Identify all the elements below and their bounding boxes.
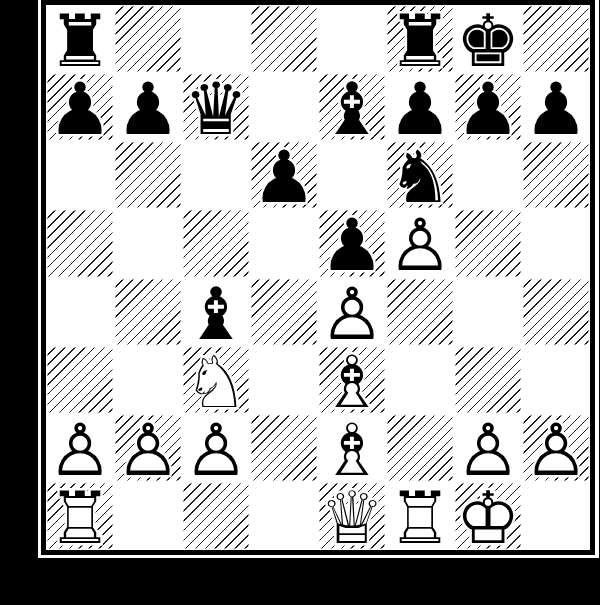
piece-black-rook[interactable]: ♜♜	[388, 7, 453, 73]
square-b7[interactable]: ♟♟	[114, 73, 182, 141]
piece-glyph: ♟	[456, 75, 521, 141]
piece-glyph: ♘	[184, 348, 249, 414]
piece-black-knight[interactable]: ♞♞	[388, 143, 453, 209]
square-a8[interactable]: ♜♜	[46, 5, 114, 73]
piece-black-pawn[interactable]: ♟♟	[116, 75, 181, 141]
square-g7[interactable]: ♟♟	[454, 73, 522, 141]
piece-glyph: ♗	[320, 348, 385, 414]
piece-glyph: ♙	[48, 416, 113, 482]
square-e4[interactable]: ♟♙	[318, 278, 386, 346]
piece-white-pawn[interactable]: ♟♙	[388, 211, 453, 277]
square-a4[interactable]	[46, 278, 114, 346]
square-e7[interactable]: ♝♝	[318, 73, 386, 141]
piece-glyph: ♟	[252, 143, 317, 209]
piece-glyph: ♟	[320, 211, 385, 277]
square-d8[interactable]	[250, 5, 318, 73]
square-f5[interactable]: ♟♙	[386, 209, 454, 277]
piece-black-bishop[interactable]: ♝♝	[184, 280, 249, 346]
piece-glyph: ♙	[184, 416, 249, 482]
square-c5[interactable]	[182, 209, 250, 277]
piece-white-rook[interactable]: ♜♖	[388, 484, 453, 550]
square-c2[interactable]: ♟♙	[182, 414, 250, 482]
piece-black-pawn[interactable]: ♟♟	[252, 143, 317, 209]
square-c4[interactable]: ♝♝	[182, 278, 250, 346]
square-h1[interactable]	[522, 482, 590, 550]
piece-white-knight[interactable]: ♞♘	[184, 348, 249, 414]
square-h8[interactable]	[522, 5, 590, 73]
piece-white-queen[interactable]: ♛♕	[320, 484, 385, 550]
piece-glyph: ♟	[48, 75, 113, 141]
square-c3[interactable]: ♞♘	[182, 346, 250, 414]
square-g4[interactable]	[454, 278, 522, 346]
piece-white-rook[interactable]: ♜♖	[48, 484, 113, 550]
board-plate: ♜♜♜♜♚♚♟♟♟♟♛♛♝♝♟♟♟♟♟♟♟♟♞♞♟♟♟♙♝♝♟♙♞♘♝♗♟♙♟♙…	[38, 0, 599, 558]
square-g2[interactable]: ♟♙	[454, 414, 522, 482]
piece-white-pawn[interactable]: ♟♙	[184, 416, 249, 482]
piece-black-rook[interactable]: ♜♜	[48, 7, 113, 73]
piece-glyph: ♙	[388, 211, 453, 277]
square-h5[interactable]	[522, 209, 590, 277]
square-h7[interactable]: ♟♟	[522, 73, 590, 141]
piece-glyph: ♙	[456, 416, 521, 482]
square-a6[interactable]	[46, 141, 114, 209]
piece-white-pawn[interactable]: ♟♙	[320, 280, 385, 346]
square-h2[interactable]: ♟♙	[522, 414, 590, 482]
piece-glyph: ♙	[116, 416, 181, 482]
square-d4[interactable]	[250, 278, 318, 346]
piece-white-pawn[interactable]: ♟♙	[524, 416, 589, 482]
piece-black-pawn[interactable]: ♟♟	[388, 75, 453, 141]
square-a5[interactable]	[46, 209, 114, 277]
piece-glyph: ♛	[184, 75, 249, 141]
piece-black-king[interactable]: ♚♚	[456, 7, 521, 73]
square-g5[interactable]	[454, 209, 522, 277]
piece-glyph: ♝	[320, 75, 385, 141]
square-e6[interactable]	[318, 141, 386, 209]
square-c1[interactable]	[182, 482, 250, 550]
square-b2[interactable]: ♟♙	[114, 414, 182, 482]
piece-black-queen[interactable]: ♛♛	[184, 75, 249, 141]
square-d6[interactable]: ♟♟	[250, 141, 318, 209]
square-f8[interactable]: ♜♜	[386, 5, 454, 73]
piece-glyph: ♜	[388, 7, 453, 73]
square-h4[interactable]	[522, 278, 590, 346]
square-f2[interactable]	[386, 414, 454, 482]
square-a3[interactable]	[46, 346, 114, 414]
board-frame: ♜♜♜♜♚♚♟♟♟♟♛♛♝♝♟♟♟♟♟♟♟♟♞♞♟♟♟♙♝♝♟♙♞♘♝♗♟♙♟♙…	[41, 0, 595, 555]
square-e5[interactable]: ♟♟	[318, 209, 386, 277]
piece-white-pawn[interactable]: ♟♙	[48, 416, 113, 482]
piece-glyph: ♟	[524, 75, 589, 141]
piece-black-pawn[interactable]: ♟♟	[48, 75, 113, 141]
piece-glyph: ♖	[48, 484, 113, 550]
square-g6[interactable]	[454, 141, 522, 209]
square-c7[interactable]: ♛♛	[182, 73, 250, 141]
piece-glyph: ♝	[184, 280, 249, 346]
square-b4[interactable]	[114, 278, 182, 346]
square-d7[interactable]	[250, 73, 318, 141]
piece-glyph: ♟	[388, 75, 453, 141]
square-d5[interactable]	[250, 209, 318, 277]
piece-glyph: ♜	[48, 7, 113, 73]
square-g1[interactable]: ♚♔	[454, 482, 522, 550]
square-d2[interactable]	[250, 414, 318, 482]
square-g8[interactable]: ♚♚	[454, 5, 522, 73]
square-b5[interactable]	[114, 209, 182, 277]
piece-glyph: ♚	[456, 7, 521, 73]
square-d1[interactable]	[250, 482, 318, 550]
piece-black-pawn[interactable]: ♟♟	[456, 75, 521, 141]
piece-glyph: ♕	[320, 484, 385, 550]
square-h6[interactable]	[522, 141, 590, 209]
piece-white-bishop[interactable]: ♝♗	[320, 416, 385, 482]
piece-white-pawn[interactable]: ♟♙	[116, 416, 181, 482]
square-b8[interactable]	[114, 5, 182, 73]
piece-glyph: ♗	[320, 416, 385, 482]
piece-glyph: ♞	[388, 143, 453, 209]
square-c6[interactable]	[182, 141, 250, 209]
piece-white-king[interactable]: ♚♔	[456, 484, 521, 550]
square-e2[interactable]: ♝♗	[318, 414, 386, 482]
piece-glyph: ♙	[320, 280, 385, 346]
square-e3[interactable]: ♝♗	[318, 346, 386, 414]
piece-glyph: ♟	[116, 75, 181, 141]
square-b1[interactable]	[114, 482, 182, 550]
square-f1[interactable]: ♜♖	[386, 482, 454, 550]
square-d3[interactable]	[250, 346, 318, 414]
square-f4[interactable]	[386, 278, 454, 346]
piece-white-bishop[interactable]: ♝♗	[320, 348, 385, 414]
square-c8[interactable]	[182, 5, 250, 73]
square-g3[interactable]	[454, 346, 522, 414]
square-b6[interactable]	[114, 141, 182, 209]
piece-glyph: ♖	[388, 484, 453, 550]
piece-glyph: ♔	[456, 484, 521, 550]
piece-black-pawn[interactable]: ♟♟	[524, 75, 589, 141]
square-a2[interactable]: ♟♙	[46, 414, 114, 482]
square-f7[interactable]: ♟♟	[386, 73, 454, 141]
square-a1[interactable]: ♜♖	[46, 482, 114, 550]
square-b3[interactable]	[114, 346, 182, 414]
piece-white-pawn[interactable]: ♟♙	[456, 416, 521, 482]
square-e8[interactable]	[318, 5, 386, 73]
piece-black-pawn[interactable]: ♟♟	[320, 211, 385, 277]
square-h3[interactable]	[522, 346, 590, 414]
square-f6[interactable]: ♞♞	[386, 141, 454, 209]
square-e1[interactable]: ♛♕	[318, 482, 386, 550]
piece-glyph: ♙	[524, 416, 589, 482]
square-a7[interactable]: ♟♟	[46, 73, 114, 141]
piece-black-bishop[interactable]: ♝♝	[320, 75, 385, 141]
chess-board: ♜♜♜♜♚♚♟♟♟♟♛♛♝♝♟♟♟♟♟♟♟♟♞♞♟♟♟♙♝♝♟♙♞♘♝♗♟♙♟♙…	[46, 5, 590, 550]
square-f3[interactable]	[386, 346, 454, 414]
